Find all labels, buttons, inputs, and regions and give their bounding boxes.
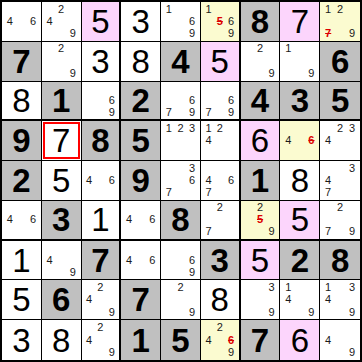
user-digit: 8 bbox=[291, 164, 309, 197]
candidate-grid: 39 bbox=[241, 280, 280, 319]
candidate: 4 bbox=[4, 15, 16, 27]
cell-r6c8[interactable]: 5 bbox=[280, 201, 320, 241]
candidate-grid: 467 bbox=[201, 161, 239, 200]
candidate-grid: 29 bbox=[241, 42, 280, 81]
given-digit: 5 bbox=[171, 324, 189, 357]
cell-r9c8[interactable]: 6 bbox=[280, 320, 320, 360]
given-digit: 8 bbox=[251, 5, 269, 38]
candidate: 9 bbox=[186, 266, 198, 278]
cell-r2c2[interactable]: 29 bbox=[42, 42, 82, 82]
cell-r5c4[interactable]: 9 bbox=[121, 161, 161, 201]
cell-r3c3[interactable]: 69 bbox=[82, 82, 122, 122]
cell-r9c1[interactable]: 3 bbox=[2, 320, 42, 360]
candidate: 7 bbox=[163, 187, 175, 199]
candidate: 1 bbox=[163, 3, 175, 15]
candidate: 3 bbox=[186, 122, 198, 134]
candidate-grid: 46 bbox=[82, 161, 120, 200]
cell-r4c7[interactable]: 6 bbox=[241, 121, 281, 161]
cell-r3c9[interactable]: 5 bbox=[320, 82, 360, 122]
candidate: 2 bbox=[214, 321, 225, 334]
cell-r5c9[interactable]: 347 bbox=[320, 161, 360, 201]
candidate: 6 bbox=[186, 254, 198, 266]
cell-r4c1[interactable]: 9 bbox=[2, 121, 42, 161]
candidate: 4 bbox=[322, 135, 334, 147]
candidate: 4 bbox=[84, 334, 95, 347]
candidate: 6 bbox=[27, 15, 39, 27]
cell-r8c7[interactable]: 39 bbox=[241, 280, 281, 320]
cell-r7c4[interactable]: 46 bbox=[121, 241, 161, 281]
candidate-grid: 123 bbox=[161, 121, 200, 160]
candidate: 4 bbox=[4, 214, 16, 226]
candidate: 9 bbox=[106, 346, 117, 359]
candidate-grid: 679 bbox=[161, 82, 200, 120]
cell-r5c5[interactable]: 367 bbox=[161, 161, 201, 201]
cell-r1c7[interactable]: 8 bbox=[241, 2, 281, 42]
candidate: 4 bbox=[322, 294, 334, 306]
candidate: 6 bbox=[225, 174, 236, 186]
candidate: 9 bbox=[266, 306, 278, 318]
candidate-grid: 679 bbox=[201, 82, 239, 120]
candidate-grid: 234 bbox=[320, 121, 360, 160]
candidate: 9 bbox=[67, 67, 79, 79]
candidate-grid: 249 bbox=[42, 2, 81, 41]
user-digit: 7 bbox=[52, 124, 70, 157]
candidate: 4 bbox=[203, 174, 214, 186]
cell-r9c2[interactable]: 8 bbox=[42, 320, 82, 360]
candidate: 1 bbox=[282, 43, 294, 55]
cell-r2c8[interactable]: 19 bbox=[280, 42, 320, 82]
cell-r6c1[interactable]: 46 bbox=[2, 201, 42, 241]
candidate: 3 bbox=[346, 281, 358, 293]
cell-r2c5[interactable]: 4 bbox=[161, 42, 201, 82]
cell-r2c7[interactable]: 29 bbox=[241, 42, 281, 82]
candidate: 2 bbox=[334, 122, 346, 134]
cell-r8c3[interactable]: 249 bbox=[82, 280, 122, 320]
candidate: 9 bbox=[186, 28, 198, 40]
given-digit: 6 bbox=[331, 45, 349, 78]
candidate: 1 bbox=[203, 3, 214, 15]
candidate-grid: 46 bbox=[2, 201, 41, 239]
candidate: 9 bbox=[225, 106, 236, 118]
candidate-grid: 259 bbox=[241, 201, 280, 239]
given-digit: 6 bbox=[52, 283, 70, 316]
candidate: 9 bbox=[225, 28, 236, 40]
cell-r6c2[interactable]: 3 bbox=[42, 201, 82, 241]
candidate-grid: 1569 bbox=[201, 2, 239, 41]
candidate: 6 bbox=[186, 174, 198, 186]
candidate-grid: 124 bbox=[201, 121, 239, 160]
candidate: 2 bbox=[55, 43, 67, 55]
given-digit: 1 bbox=[52, 84, 70, 117]
candidate: 1 bbox=[322, 281, 334, 293]
candidate: 3 bbox=[266, 281, 278, 293]
user-digit: 1 bbox=[12, 244, 30, 277]
candidate: 7 bbox=[322, 226, 334, 238]
candidate: 7 bbox=[203, 106, 214, 118]
eliminated-candidate: 5 bbox=[254, 214, 266, 226]
candidate: 6 bbox=[147, 214, 159, 226]
candidate-grid: 69 bbox=[161, 241, 200, 280]
sudoku-board: 4624953169156987127972938452919681692679… bbox=[0, 0, 362, 362]
cell-r9c5[interactable]: 5 bbox=[161, 320, 201, 360]
candidate-grid: 46 bbox=[280, 121, 319, 160]
candidate: 2 bbox=[175, 122, 187, 134]
cell-r8c9[interactable]: 1349 bbox=[320, 280, 360, 320]
candidate-grid: 2469 bbox=[201, 320, 239, 360]
given-digit: 8 bbox=[91, 124, 109, 157]
candidate: 6 bbox=[27, 214, 39, 226]
candidate: 9 bbox=[346, 306, 358, 318]
candidate-grid: 46 bbox=[2, 2, 41, 41]
cell-r1c5[interactable]: 169 bbox=[161, 2, 201, 42]
cell-r4c2[interactable]: 7 bbox=[42, 121, 82, 161]
given-digit: 2 bbox=[12, 164, 30, 197]
cell-r9c3[interactable]: 249 bbox=[82, 320, 122, 360]
cell-r9c9[interactable]: 49 bbox=[320, 320, 360, 360]
cell-r7c3[interactable]: 7 bbox=[82, 241, 122, 281]
candidate-grid: 249 bbox=[82, 320, 120, 360]
candidate: 6 bbox=[186, 94, 198, 106]
cell-r3c8[interactable]: 3 bbox=[280, 82, 320, 122]
candidate: 4 bbox=[322, 174, 334, 186]
user-digit: 3 bbox=[132, 5, 150, 38]
eliminated-candidate: 7 bbox=[322, 28, 334, 40]
candidate-grid: 46 bbox=[121, 201, 160, 239]
cell-r5c8[interactable]: 8 bbox=[280, 161, 320, 201]
cell-r2c3[interactable]: 3 bbox=[82, 42, 122, 82]
candidate: 2 bbox=[254, 43, 266, 55]
given-digit: 1 bbox=[251, 164, 269, 197]
cell-r1c2[interactable]: 249 bbox=[42, 2, 82, 42]
candidate-grid: 46 bbox=[121, 241, 160, 280]
cell-r8c6[interactable]: 8 bbox=[201, 280, 241, 320]
user-digit: 8 bbox=[211, 283, 229, 316]
candidate: 1 bbox=[282, 281, 294, 293]
cell-r5c1[interactable]: 2 bbox=[2, 161, 42, 201]
given-digit: 3 bbox=[211, 244, 229, 277]
user-digit: 1 bbox=[91, 203, 109, 236]
cell-r8c2[interactable]: 6 bbox=[42, 280, 82, 320]
cell-r8c4[interactable]: 7 bbox=[121, 280, 161, 320]
given-digit: 8 bbox=[331, 244, 349, 277]
candidate: 4 bbox=[123, 214, 135, 226]
given-digit: 5 bbox=[132, 124, 150, 157]
candidate: 9 bbox=[225, 346, 236, 359]
user-digit: 3 bbox=[91, 45, 109, 78]
candidate: 2 bbox=[95, 321, 106, 334]
cell-r6c5[interactable]: 8 bbox=[161, 201, 201, 241]
candidate-grid: 149 bbox=[280, 280, 319, 319]
candidate: 2 bbox=[95, 281, 106, 293]
candidate: 1 bbox=[203, 122, 214, 134]
cell-r1c9[interactable]: 1279 bbox=[320, 2, 360, 42]
cell-r9c7[interactable]: 7 bbox=[241, 320, 281, 360]
cell-r2c4[interactable]: 8 bbox=[121, 42, 161, 82]
given-digit: 7 bbox=[91, 244, 109, 277]
user-digit: 5 bbox=[12, 283, 30, 316]
candidate: 4 bbox=[282, 135, 294, 147]
cell-r3c7[interactable]: 4 bbox=[241, 82, 281, 122]
candidate-grid: 347 bbox=[320, 161, 360, 200]
candidate: 9 bbox=[306, 67, 318, 79]
user-digit: 3 bbox=[12, 324, 30, 357]
candidate-grid: 1349 bbox=[320, 280, 360, 319]
candidate-grid: 279 bbox=[320, 201, 360, 239]
given-digit: 8 bbox=[171, 203, 189, 236]
candidate-grid: 249 bbox=[82, 280, 120, 319]
given-digit: 3 bbox=[52, 203, 70, 236]
candidate-grid: 29 bbox=[161, 280, 200, 319]
candidate-grid: 169 bbox=[161, 2, 200, 41]
candidate-grid: 29 bbox=[42, 42, 81, 81]
cell-r2c6[interactable]: 5 bbox=[201, 42, 241, 82]
candidate: 7 bbox=[203, 187, 214, 199]
candidate: 2 bbox=[55, 3, 67, 15]
cell-r4c6[interactable]: 124 bbox=[201, 121, 241, 161]
cell-r3c5[interactable]: 679 bbox=[161, 82, 201, 122]
cell-r7c7[interactable]: 5 bbox=[241, 241, 281, 281]
cell-r8c8[interactable]: 149 bbox=[280, 280, 320, 320]
given-digit: 7 bbox=[251, 324, 269, 357]
user-digit: 5 bbox=[251, 244, 269, 277]
given-digit: 5 bbox=[331, 84, 349, 117]
cell-r4c5[interactable]: 123 bbox=[161, 121, 201, 161]
candidate: 6 bbox=[106, 174, 117, 186]
candidate: 2 bbox=[214, 122, 225, 134]
user-digit: 7 bbox=[291, 5, 309, 38]
cell-r9c6[interactable]: 2469 bbox=[201, 320, 241, 360]
candidate: 7 bbox=[163, 106, 175, 118]
cell-r5c3[interactable]: 46 bbox=[82, 161, 122, 201]
cell-r2c1[interactable]: 7 bbox=[2, 42, 42, 82]
candidate: 9 bbox=[266, 226, 278, 238]
candidate: 4 bbox=[84, 294, 95, 306]
user-digit: 5 bbox=[52, 164, 70, 197]
cell-r1c3[interactable]: 5 bbox=[82, 2, 122, 42]
candidate: 2 bbox=[334, 3, 346, 15]
candidate-grid: 27 bbox=[201, 201, 239, 239]
cell-r6c7[interactable]: 259 bbox=[241, 201, 281, 241]
candidate: 4 bbox=[44, 15, 56, 27]
cell-r7c8[interactable]: 2 bbox=[280, 241, 320, 281]
user-digit: 6 bbox=[291, 324, 309, 357]
candidate: 9 bbox=[106, 106, 117, 118]
given-digit: 1 bbox=[132, 324, 150, 357]
candidate: 9 bbox=[266, 67, 278, 79]
candidate: 3 bbox=[186, 162, 198, 174]
cell-r6c6[interactable]: 27 bbox=[201, 201, 241, 241]
cell-r1c4[interactable]: 3 bbox=[121, 2, 161, 42]
given-digit: 7 bbox=[12, 45, 30, 78]
candidate: 6 bbox=[225, 15, 236, 27]
candidate: 1 bbox=[322, 3, 334, 15]
candidate: 9 bbox=[346, 226, 358, 238]
candidate: 3 bbox=[346, 162, 358, 174]
candidate: 2 bbox=[214, 202, 225, 214]
candidate-grid: 69 bbox=[82, 82, 120, 120]
candidate-grid: 49 bbox=[320, 320, 360, 360]
candidate: 7 bbox=[203, 226, 214, 238]
candidate-grid: 19 bbox=[280, 42, 319, 81]
candidate: 6 bbox=[225, 94, 236, 106]
candidate: 9 bbox=[306, 306, 318, 318]
candidate-grid: 1279 bbox=[320, 2, 360, 41]
cell-r5c2[interactable]: 5 bbox=[42, 161, 82, 201]
candidate: 4 bbox=[282, 294, 294, 306]
candidate: 2 bbox=[254, 202, 266, 214]
cell-r9c4[interactable]: 1 bbox=[121, 320, 161, 360]
eliminated-candidate: 6 bbox=[306, 135, 318, 147]
user-digit: 5 bbox=[211, 45, 229, 78]
cell-r5c7[interactable]: 1 bbox=[241, 161, 281, 201]
candidate: 3 bbox=[346, 122, 358, 134]
cell-r8c1[interactable]: 5 bbox=[2, 280, 42, 320]
candidate: 9 bbox=[67, 28, 79, 40]
given-digit: 4 bbox=[251, 84, 269, 117]
cell-r7c5[interactable]: 69 bbox=[161, 241, 201, 281]
eliminated-candidate: 5 bbox=[214, 15, 225, 27]
user-digit: 5 bbox=[291, 203, 309, 236]
cell-r7c1[interactable]: 1 bbox=[2, 241, 42, 281]
cell-r3c6[interactable]: 679 bbox=[201, 82, 241, 122]
cell-r4c4[interactable]: 5 bbox=[121, 121, 161, 161]
candidate: 4 bbox=[84, 174, 95, 186]
candidate-grid: 49 bbox=[42, 241, 81, 280]
candidate: 4 bbox=[203, 334, 214, 347]
user-digit: 5 bbox=[91, 5, 109, 38]
user-digit: 8 bbox=[52, 324, 70, 357]
cell-r7c2[interactable]: 49 bbox=[42, 241, 82, 281]
candidate: 6 bbox=[186, 15, 198, 27]
cell-r4c3[interactable]: 8 bbox=[82, 121, 122, 161]
cell-r7c6[interactable]: 3 bbox=[201, 241, 241, 281]
candidate: 6 bbox=[106, 94, 117, 106]
candidate: 9 bbox=[67, 266, 79, 278]
cell-r6c9[interactable]: 279 bbox=[320, 201, 360, 241]
candidate: 1 bbox=[163, 122, 175, 134]
given-digit: 3 bbox=[291, 84, 309, 117]
given-digit: 7 bbox=[132, 283, 150, 316]
candidate: 2 bbox=[334, 202, 346, 214]
cell-r4c8[interactable]: 46 bbox=[280, 121, 320, 161]
cell-r1c6[interactable]: 1569 bbox=[201, 2, 241, 42]
candidate: 4 bbox=[123, 254, 135, 266]
given-digit: 4 bbox=[171, 45, 189, 78]
cell-r1c1[interactable]: 46 bbox=[2, 2, 42, 42]
candidate: 9 bbox=[346, 28, 358, 40]
eliminated-candidate: 6 bbox=[225, 334, 236, 347]
given-digit: 9 bbox=[12, 124, 30, 157]
user-digit: 8 bbox=[12, 84, 30, 117]
user-digit: 6 bbox=[251, 124, 269, 157]
candidate-grid: 367 bbox=[161, 161, 200, 200]
given-digit: 2 bbox=[291, 244, 309, 277]
cell-r6c4[interactable]: 46 bbox=[121, 201, 161, 241]
candidate: 9 bbox=[106, 306, 117, 318]
cell-r5c6[interactable]: 467 bbox=[201, 161, 241, 201]
candidate: 6 bbox=[147, 254, 159, 266]
candidate: 9 bbox=[346, 346, 358, 359]
candidate: 4 bbox=[203, 135, 214, 147]
cell-r8c5[interactable]: 29 bbox=[161, 280, 201, 320]
given-digit: 9 bbox=[132, 164, 150, 197]
cell-r3c2[interactable]: 1 bbox=[42, 82, 82, 122]
cell-r1c8[interactable]: 7 bbox=[280, 2, 320, 42]
candidate: 7 bbox=[322, 187, 334, 199]
candidate: 4 bbox=[322, 334, 334, 347]
given-digit: 2 bbox=[132, 84, 150, 117]
cell-r4c9[interactable]: 234 bbox=[320, 121, 360, 161]
cell-r2c9[interactable]: 6 bbox=[320, 42, 360, 82]
user-digit: 8 bbox=[132, 45, 150, 78]
cell-r3c1[interactable]: 8 bbox=[2, 82, 42, 122]
cell-r3c4[interactable]: 2 bbox=[121, 82, 161, 122]
cell-r6c3[interactable]: 1 bbox=[82, 201, 122, 241]
candidate: 9 bbox=[186, 306, 198, 318]
cell-r7c9[interactable]: 8 bbox=[320, 241, 360, 281]
candidate: 9 bbox=[186, 106, 198, 118]
candidate: 2 bbox=[175, 281, 187, 293]
candidate: 4 bbox=[44, 254, 56, 266]
